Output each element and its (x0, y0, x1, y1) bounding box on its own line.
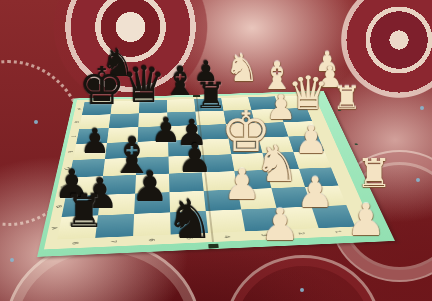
square-h3 (221, 97, 251, 110)
square-h6 (139, 100, 167, 114)
square-h5 (167, 99, 196, 113)
carpet-dot (10, 258, 14, 262)
square-f3 (226, 123, 259, 138)
square-e7 (105, 142, 138, 159)
square-f6 (138, 126, 168, 142)
square-h7 (110, 101, 139, 115)
square-e3 (228, 138, 262, 155)
square-f7 (107, 127, 138, 143)
square-c5 (169, 172, 204, 192)
square-d5 (168, 155, 201, 173)
coord-number-8: 8 (68, 231, 84, 256)
square-d6 (136, 157, 169, 175)
square-f2 (255, 122, 289, 137)
carpet-dot (300, 288, 304, 292)
square-c3 (234, 170, 271, 190)
square-b5 (169, 191, 205, 213)
carpet-dot (416, 178, 420, 182)
square-b3 (238, 188, 277, 209)
square-g6 (138, 112, 167, 127)
square-b6 (134, 192, 170, 214)
square-e6 (137, 141, 169, 158)
board-clasp-top (193, 95, 200, 97)
square-b7 (98, 194, 135, 216)
board-clasp-bottom (208, 244, 219, 249)
carpet-dot (420, 106, 424, 110)
chess-board: HGFEDCBA87654321 (44, 93, 376, 249)
square-h2 (248, 96, 279, 109)
board-margin (44, 239, 57, 249)
square-f5 (168, 125, 199, 141)
square-g7 (109, 113, 139, 128)
square-d7 (103, 158, 137, 176)
square-g3 (223, 110, 254, 124)
photo-stage: HGFEDCBA87654321 ♜♟♟♚♞♟♝♛♟♟♝♞♟♟♜♟♚♞♟♟♞♟♝… (0, 0, 432, 301)
square-g2 (251, 109, 283, 123)
square-e5 (168, 140, 200, 157)
square-g5 (167, 112, 197, 127)
square-c7 (101, 175, 136, 195)
square-c6 (135, 174, 169, 194)
square-d3 (231, 153, 266, 171)
coord-number-7: 7 (105, 229, 122, 254)
carpet-dot (34, 120, 38, 124)
hinge-screw (354, 143, 358, 145)
hinge-screw (338, 110, 342, 111)
board-margin (355, 226, 376, 236)
